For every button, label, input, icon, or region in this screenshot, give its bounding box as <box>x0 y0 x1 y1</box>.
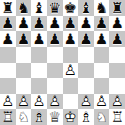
square-g6[interactable]: ♟ <box>94 31 110 47</box>
square-a6[interactable]: ♟ <box>0 31 16 47</box>
piece-black-pawn[interactable]: ♟ <box>31 16 47 32</box>
white-rook-fill: ♜ <box>109 109 125 125</box>
square-e5[interactable] <box>63 47 79 63</box>
square-b6[interactable]: ♟ <box>16 31 32 47</box>
piece-black-king[interactable]: ♚ <box>63 0 79 16</box>
square-f6[interactable]: ♟ <box>78 31 94 47</box>
square-c6[interactable]: ♟ <box>31 31 47 47</box>
square-g8[interactable]: ♞ <box>94 0 110 16</box>
piece-black-knight[interactable]: ♞ <box>16 0 32 16</box>
square-h1[interactable]: ♜♖ <box>109 109 125 125</box>
piece-black-pawn[interactable]: ♟ <box>31 31 47 47</box>
square-e1[interactable]: ♚♔ <box>63 109 79 125</box>
white-pawn-fill: ♟ <box>94 94 110 110</box>
square-b8[interactable]: ♞ <box>16 0 32 16</box>
piece-black-knight[interactable]: ♞ <box>94 0 110 16</box>
square-d6[interactable]: ♟ <box>47 31 63 47</box>
square-h7[interactable]: ♟ <box>109 16 125 32</box>
square-f5[interactable] <box>78 47 94 63</box>
piece-white-knight[interactable]: ♘ <box>94 109 110 125</box>
piece-black-pawn[interactable]: ♟ <box>0 16 16 32</box>
square-b7[interactable]: ♟ <box>16 16 32 32</box>
square-e6[interactable]: ♟ <box>63 31 79 47</box>
square-a5[interactable] <box>0 47 16 63</box>
square-h4[interactable] <box>109 63 125 79</box>
white-pawn-fill: ♟ <box>63 63 79 79</box>
square-a4[interactable] <box>0 63 16 79</box>
piece-white-pawn[interactable]: ♙ <box>78 94 94 110</box>
piece-black-pawn[interactable]: ♟ <box>63 31 79 47</box>
square-f8[interactable]: ♝ <box>78 0 94 16</box>
square-e8[interactable]: ♚ <box>63 0 79 16</box>
square-c3[interactable] <box>31 78 47 94</box>
piece-black-queen[interactable]: ♛ <box>47 0 63 16</box>
square-e3[interactable] <box>63 78 79 94</box>
piece-black-pawn[interactable]: ♟ <box>16 16 32 32</box>
square-a3[interactable] <box>0 78 16 94</box>
white-rook-fill: ♜ <box>0 109 16 125</box>
square-g2[interactable]: ♟♙ <box>94 94 110 110</box>
square-d7[interactable]: ♟ <box>47 16 63 32</box>
piece-white-pawn[interactable]: ♙ <box>16 94 32 110</box>
piece-black-rook[interactable]: ♜ <box>109 0 125 16</box>
square-a2[interactable]: ♟♙ <box>0 94 16 110</box>
white-pawn-fill: ♟ <box>31 94 47 110</box>
piece-black-bishop[interactable]: ♝ <box>78 0 94 16</box>
piece-black-pawn[interactable]: ♟ <box>47 31 63 47</box>
piece-black-pawn[interactable]: ♟ <box>78 16 94 32</box>
white-pawn-fill: ♟ <box>0 94 16 110</box>
chess-board: ♜♞♝♛♚♝♞♜♟♟♟♟♟♟♟♟♟♟♟♟♟♟♟♟♟♙♟♙♟♙♟♙♟♙♟♙♟♙♟♙… <box>0 0 125 125</box>
white-queen-fill: ♛ <box>47 109 63 125</box>
piece-white-pawn[interactable]: ♙ <box>63 63 79 79</box>
square-e7[interactable]: ♟ <box>63 16 79 32</box>
square-b4[interactable] <box>16 63 32 79</box>
square-b3[interactable] <box>16 78 32 94</box>
piece-black-pawn[interactable]: ♟ <box>94 16 110 32</box>
white-knight-fill: ♞ <box>94 109 110 125</box>
piece-black-pawn[interactable]: ♟ <box>16 31 32 47</box>
white-pawn-fill: ♟ <box>16 94 32 110</box>
square-f4[interactable] <box>78 63 94 79</box>
square-b2[interactable]: ♟♙ <box>16 94 32 110</box>
square-h3[interactable] <box>109 78 125 94</box>
piece-white-pawn[interactable]: ♙ <box>109 94 125 110</box>
piece-white-rook[interactable]: ♖ <box>0 109 16 125</box>
square-g1[interactable]: ♞♘ <box>94 109 110 125</box>
square-d3[interactable] <box>47 78 63 94</box>
square-h8[interactable]: ♜ <box>109 0 125 16</box>
square-g4[interactable] <box>94 63 110 79</box>
white-knight-fill: ♞ <box>16 109 32 125</box>
piece-white-pawn[interactable]: ♙ <box>31 94 47 110</box>
piece-white-pawn[interactable]: ♙ <box>94 94 110 110</box>
white-bishop-fill: ♝ <box>78 109 94 125</box>
piece-black-pawn[interactable]: ♟ <box>109 31 125 47</box>
square-e4[interactable]: ♟♙ <box>63 63 79 79</box>
square-c7[interactable]: ♟ <box>31 16 47 32</box>
square-a1[interactable]: ♜♖ <box>0 109 16 125</box>
square-d2[interactable]: ♟♙ <box>47 94 63 110</box>
piece-white-pawn[interactable]: ♙ <box>0 94 16 110</box>
square-h5[interactable] <box>109 47 125 63</box>
square-d4[interactable] <box>47 63 63 79</box>
white-king-fill: ♚ <box>63 109 79 125</box>
square-b1[interactable]: ♞♘ <box>16 109 32 125</box>
square-a7[interactable]: ♟ <box>0 16 16 32</box>
square-f3[interactable] <box>78 78 94 94</box>
white-pawn-fill: ♟ <box>78 94 94 110</box>
piece-black-pawn[interactable]: ♟ <box>109 16 125 32</box>
piece-white-bishop[interactable]: ♗ <box>31 109 47 125</box>
square-c1[interactable]: ♝♗ <box>31 109 47 125</box>
square-c4[interactable] <box>31 63 47 79</box>
piece-white-bishop[interactable]: ♗ <box>78 109 94 125</box>
square-f7[interactable]: ♟ <box>78 16 94 32</box>
piece-black-bishop[interactable]: ♝ <box>31 0 47 16</box>
square-b5[interactable] <box>16 47 32 63</box>
square-g3[interactable] <box>94 78 110 94</box>
piece-black-pawn[interactable]: ♟ <box>0 31 16 47</box>
white-pawn-fill: ♟ <box>47 94 63 110</box>
square-h6[interactable]: ♟ <box>109 31 125 47</box>
square-d1[interactable]: ♛♕ <box>47 109 63 125</box>
piece-white-knight[interactable]: ♘ <box>16 109 32 125</box>
white-bishop-fill: ♝ <box>31 109 47 125</box>
piece-white-queen[interactable]: ♕ <box>47 109 63 125</box>
piece-black-pawn[interactable]: ♟ <box>78 31 94 47</box>
square-c8[interactable]: ♝ <box>31 0 47 16</box>
square-f2[interactable]: ♟♙ <box>78 94 94 110</box>
square-c5[interactable] <box>31 47 47 63</box>
square-a8[interactable]: ♜ <box>0 0 16 16</box>
piece-black-pawn[interactable]: ♟ <box>94 31 110 47</box>
square-f1[interactable]: ♝♗ <box>78 109 94 125</box>
square-g7[interactable]: ♟ <box>94 16 110 32</box>
square-g5[interactable] <box>94 47 110 63</box>
piece-white-pawn[interactable]: ♙ <box>47 94 63 110</box>
square-d5[interactable] <box>47 47 63 63</box>
piece-white-king[interactable]: ♔ <box>63 109 79 125</box>
square-d8[interactable]: ♛ <box>47 0 63 16</box>
square-e2[interactable] <box>63 94 79 110</box>
piece-black-pawn[interactable]: ♟ <box>63 16 79 32</box>
square-c2[interactable]: ♟♙ <box>31 94 47 110</box>
white-pawn-fill: ♟ <box>109 94 125 110</box>
piece-black-rook[interactable]: ♜ <box>0 0 16 16</box>
piece-black-pawn[interactable]: ♟ <box>47 16 63 32</box>
piece-white-rook[interactable]: ♖ <box>109 109 125 125</box>
square-h2[interactable]: ♟♙ <box>109 94 125 110</box>
